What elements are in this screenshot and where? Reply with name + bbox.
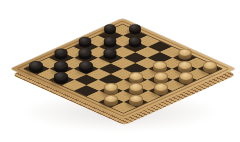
piece-top — [104, 95, 118, 103]
piece-top — [104, 24, 116, 31]
piece-top — [154, 83, 168, 91]
piece-top — [104, 83, 118, 91]
piece-top — [129, 95, 143, 103]
piece-top — [79, 61, 93, 69]
piece-top — [154, 72, 168, 80]
scene — [0, 0, 240, 142]
piece-top — [129, 37, 142, 45]
piece-top — [79, 49, 92, 57]
piece-top — [179, 49, 192, 57]
piece-top — [178, 61, 192, 69]
piece-top — [129, 83, 143, 91]
pieces-layer — [0, 0, 240, 142]
piece-top — [203, 61, 217, 69]
piece-top — [54, 72, 68, 80]
piece-top — [153, 61, 167, 69]
piece-top — [129, 24, 141, 31]
piece-top — [54, 49, 67, 57]
piece-top — [54, 61, 68, 69]
piece-top — [129, 72, 143, 80]
piece-top — [29, 61, 43, 69]
piece-top — [104, 37, 117, 45]
piece-top — [79, 37, 92, 45]
piece-top — [104, 49, 117, 57]
piece-top — [179, 72, 193, 80]
